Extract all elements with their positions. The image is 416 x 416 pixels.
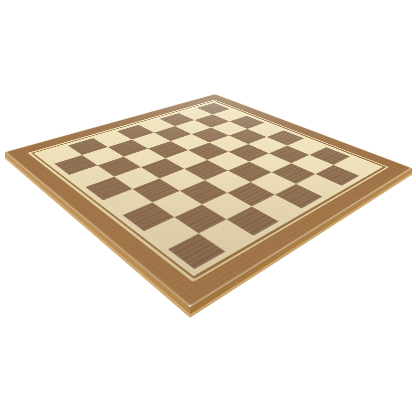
chess-board bbox=[5, 94, 412, 307]
product-photo bbox=[0, 0, 416, 416]
